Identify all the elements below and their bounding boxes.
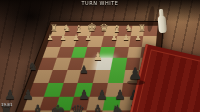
fps-counter: 19.81 xyxy=(1,102,12,107)
piece-wR-h1[interactable]: ♜ xyxy=(136,24,148,33)
piece-wP-c2[interactable]: ♟ xyxy=(71,34,81,42)
piece-wB-f1[interactable]: ♝ xyxy=(111,24,123,34)
piece-wP-b2[interactable]: ♟ xyxy=(58,34,68,42)
piece-wQ-e1[interactable]: ♛ xyxy=(98,23,111,33)
bottle-body xyxy=(158,16,167,34)
piece-bP-a7[interactable]: ♟ xyxy=(2,88,19,101)
captured-black-pawn: ♟ xyxy=(128,66,142,82)
piece-bP-d5[interactable]: ♟ xyxy=(77,64,91,75)
piece-wN-b1[interactable]: ♞ xyxy=(61,24,73,33)
piece-wB-c1[interactable]: ♝ xyxy=(73,24,85,34)
piece-wP-g2[interactable]: ♟ xyxy=(121,34,131,42)
piece-bP-b7[interactable]: ♟ xyxy=(20,88,37,101)
piece-wN-g1[interactable]: ♞ xyxy=(123,24,135,33)
piece-wP-h2[interactable]: ♟ xyxy=(133,34,143,42)
turn-indicator: TURN WHITE xyxy=(45,1,155,7)
piece-wR-a1[interactable]: ♜ xyxy=(48,24,60,33)
bottle xyxy=(156,9,168,35)
piece-wP-f2[interactable]: ♟ xyxy=(109,34,119,42)
piece-wP-a2[interactable]: ♟ xyxy=(45,34,55,42)
piece-bP-e7[interactable]: ♟ xyxy=(76,88,93,101)
piece-bB-f8[interactable]: ♝ xyxy=(87,103,109,112)
piece-bP-f7[interactable]: ♟ xyxy=(94,88,111,101)
piece-wP-e4[interactable]: ♟ xyxy=(91,51,105,62)
piece-bN-a5[interactable]: ♞ xyxy=(26,61,40,72)
game-scene: ♜♞♝♚♛♝♞♜♟♟♟♟♟♟♟♟♞♟♟♟♟♟♟♟♜♝♚♛♝♞♜ ♟ TURN W… xyxy=(0,0,200,112)
piece-bQ-e8[interactable]: ♛ xyxy=(67,103,89,112)
piece-wP-d2[interactable]: ♟ xyxy=(83,34,93,42)
piece-bB-c8[interactable]: ♝ xyxy=(27,103,49,112)
piece-bK-d8[interactable]: ♚ xyxy=(47,103,69,112)
